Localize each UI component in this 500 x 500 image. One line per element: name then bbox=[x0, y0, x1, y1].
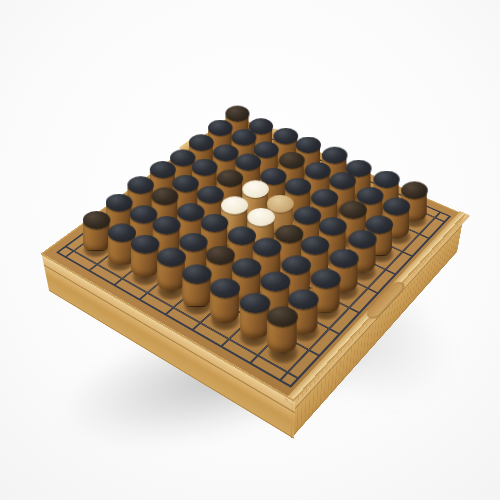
peg-top-face bbox=[278, 152, 304, 169]
peg-top-face bbox=[329, 172, 355, 190]
peg-top-face bbox=[231, 129, 256, 146]
peg-top-face bbox=[373, 170, 399, 187]
peg-top-face bbox=[206, 246, 235, 265]
peg-top-face bbox=[197, 186, 224, 204]
peg-top-face bbox=[182, 264, 211, 284]
peg-top-face bbox=[348, 230, 376, 249]
peg-top-face bbox=[260, 272, 290, 292]
peg-top-face bbox=[284, 178, 310, 196]
peg-top-face bbox=[300, 236, 328, 255]
peg-top-face bbox=[239, 293, 269, 313]
peg-black[interactable] bbox=[240, 293, 269, 337]
product-photo-scene bbox=[0, 0, 500, 500]
peg-top-face bbox=[227, 226, 255, 245]
peg-top-face bbox=[252, 238, 281, 257]
peg-black[interactable] bbox=[211, 278, 240, 320]
peg-top-face bbox=[220, 196, 247, 214]
peg-top-face bbox=[200, 214, 228, 232]
peg-top-face bbox=[210, 278, 240, 298]
peg-top-face bbox=[310, 269, 340, 289]
peg-black[interactable] bbox=[182, 264, 210, 304]
peg-top-face bbox=[82, 211, 110, 229]
peg-top-face bbox=[176, 203, 203, 221]
peg-top-face bbox=[216, 169, 242, 186]
peg-top-face bbox=[293, 206, 320, 224]
peg-top-face bbox=[319, 217, 347, 236]
peg-top-face bbox=[382, 197, 409, 215]
peg-top-face bbox=[131, 235, 159, 254]
peg-top-face bbox=[127, 176, 153, 194]
peg-top-face bbox=[151, 188, 178, 206]
peg-black[interactable] bbox=[131, 235, 158, 276]
peg-black[interactable] bbox=[83, 211, 110, 249]
peg-top-face bbox=[311, 189, 338, 207]
peg-top-face bbox=[189, 134, 214, 151]
peg-top-face bbox=[105, 193, 132, 211]
peg-top-face bbox=[247, 208, 275, 226]
peg-top-face bbox=[232, 258, 261, 277]
peg-top-face bbox=[153, 216, 181, 235]
peg-top-face bbox=[235, 153, 261, 170]
peg-black[interactable] bbox=[267, 306, 297, 352]
peg-top-face bbox=[267, 306, 298, 327]
peg-top-face bbox=[339, 200, 366, 218]
peg-black[interactable] bbox=[157, 248, 185, 291]
peg-top-face bbox=[191, 159, 217, 176]
